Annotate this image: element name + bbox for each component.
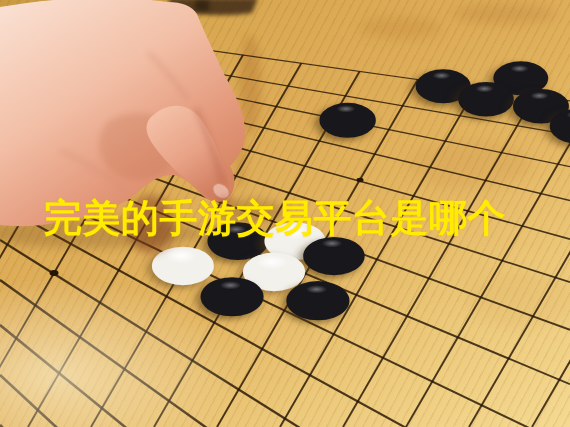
caption-text: 完美的手游交易平台是哪个 bbox=[44, 193, 506, 244]
photo-stage: ●●●●●●●●●●●●● bbox=[0, 0, 570, 427]
